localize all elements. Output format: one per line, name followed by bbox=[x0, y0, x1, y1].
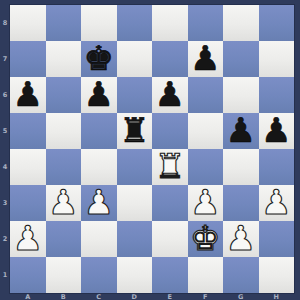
square-d3[interactable] bbox=[117, 185, 153, 221]
square-c3[interactable]: ♟ bbox=[81, 185, 117, 221]
square-c8[interactable] bbox=[81, 5, 117, 41]
square-a6[interactable]: ♟ bbox=[10, 77, 46, 113]
file-label: B bbox=[46, 293, 82, 300]
square-h7[interactable] bbox=[259, 41, 295, 77]
file-label: H bbox=[259, 293, 295, 300]
square-h4[interactable] bbox=[259, 149, 295, 185]
square-b2[interactable] bbox=[46, 221, 82, 257]
square-a3[interactable] bbox=[10, 185, 46, 221]
square-d6[interactable] bbox=[117, 77, 153, 113]
square-a2[interactable]: ♟ bbox=[10, 221, 46, 257]
square-h1[interactable] bbox=[259, 257, 295, 293]
piece-white-pawn[interactable]: ♟ bbox=[13, 221, 43, 255]
square-b4[interactable] bbox=[46, 149, 82, 185]
piece-black-rook[interactable]: ♜ bbox=[119, 113, 149, 147]
square-a1[interactable] bbox=[10, 257, 46, 293]
piece-white-pawn[interactable]: ♟ bbox=[48, 185, 78, 219]
square-h2[interactable] bbox=[259, 221, 295, 257]
rank-label: 8 bbox=[0, 5, 10, 41]
square-d5[interactable]: ♜ bbox=[117, 113, 153, 149]
file-label: E bbox=[152, 293, 188, 300]
square-e3[interactable] bbox=[152, 185, 188, 221]
square-g7[interactable] bbox=[223, 41, 259, 77]
square-g8[interactable] bbox=[223, 5, 259, 41]
square-e2[interactable] bbox=[152, 221, 188, 257]
square-a7[interactable] bbox=[10, 41, 46, 77]
square-b7[interactable] bbox=[46, 41, 82, 77]
rank-label: 2 bbox=[0, 221, 10, 257]
square-g1[interactable] bbox=[223, 257, 259, 293]
piece-black-pawn[interactable]: ♟ bbox=[226, 113, 256, 147]
square-e1[interactable] bbox=[152, 257, 188, 293]
square-g4[interactable] bbox=[223, 149, 259, 185]
square-h8[interactable] bbox=[259, 5, 295, 41]
square-f5[interactable] bbox=[188, 113, 224, 149]
piece-black-king[interactable]: ♚ bbox=[84, 41, 114, 75]
square-h5[interactable]: ♟ bbox=[259, 113, 295, 149]
square-h3[interactable]: ♟ bbox=[259, 185, 295, 221]
piece-black-pawn[interactable]: ♟ bbox=[13, 77, 43, 111]
piece-white-pawn[interactable]: ♟ bbox=[190, 185, 220, 219]
rank-label: 1 bbox=[0, 257, 10, 293]
rank-label: 7 bbox=[0, 41, 10, 77]
rank-label: 3 bbox=[0, 185, 10, 221]
square-f7[interactable]: ♟ bbox=[188, 41, 224, 77]
square-e6[interactable]: ♟ bbox=[152, 77, 188, 113]
square-c7[interactable]: ♚ bbox=[81, 41, 117, 77]
square-b6[interactable] bbox=[46, 77, 82, 113]
square-d8[interactable] bbox=[117, 5, 153, 41]
square-a5[interactable] bbox=[10, 113, 46, 149]
file-label: D bbox=[117, 293, 153, 300]
piece-black-pawn[interactable]: ♟ bbox=[84, 77, 114, 111]
rank-label: 4 bbox=[0, 149, 10, 185]
square-e5[interactable] bbox=[152, 113, 188, 149]
square-g2[interactable]: ♟ bbox=[223, 221, 259, 257]
squares-grid: ♚♟♟♟♟♜♟♟♜♟♟♟♟♟♚♟ bbox=[10, 5, 294, 293]
piece-white-rook[interactable]: ♜ bbox=[155, 149, 185, 183]
square-h6[interactable] bbox=[259, 77, 295, 113]
square-a4[interactable] bbox=[10, 149, 46, 185]
chess-board: 87654321 ABCDEFGH ♚♟♟♟♟♜♟♟♜♟♟♟♟♟♚♟ bbox=[0, 0, 300, 300]
square-b3[interactable]: ♟ bbox=[46, 185, 82, 221]
square-f2[interactable]: ♚ bbox=[188, 221, 224, 257]
rank-label: 5 bbox=[0, 113, 10, 149]
square-f4[interactable] bbox=[188, 149, 224, 185]
square-c2[interactable] bbox=[81, 221, 117, 257]
square-a8[interactable] bbox=[10, 5, 46, 41]
square-d4[interactable] bbox=[117, 149, 153, 185]
file-label: A bbox=[10, 293, 46, 300]
piece-white-king[interactable]: ♚ bbox=[190, 221, 220, 255]
file-label: F bbox=[188, 293, 224, 300]
square-e4[interactable]: ♜ bbox=[152, 149, 188, 185]
piece-white-pawn[interactable]: ♟ bbox=[226, 221, 256, 255]
piece-black-pawn[interactable]: ♟ bbox=[155, 77, 185, 111]
square-e7[interactable] bbox=[152, 41, 188, 77]
square-b5[interactable] bbox=[46, 113, 82, 149]
square-g5[interactable]: ♟ bbox=[223, 113, 259, 149]
file-labels: ABCDEFGH bbox=[10, 293, 294, 300]
square-c1[interactable] bbox=[81, 257, 117, 293]
piece-black-pawn[interactable]: ♟ bbox=[261, 113, 291, 147]
square-f6[interactable] bbox=[188, 77, 224, 113]
square-d1[interactable] bbox=[117, 257, 153, 293]
square-f8[interactable] bbox=[188, 5, 224, 41]
piece-white-pawn[interactable]: ♟ bbox=[261, 185, 291, 219]
rank-label: 6 bbox=[0, 77, 10, 113]
file-label: C bbox=[81, 293, 117, 300]
file-label: G bbox=[223, 293, 259, 300]
square-c5[interactable] bbox=[81, 113, 117, 149]
square-f1[interactable] bbox=[188, 257, 224, 293]
square-c6[interactable]: ♟ bbox=[81, 77, 117, 113]
square-b1[interactable] bbox=[46, 257, 82, 293]
rank-labels: 87654321 bbox=[0, 5, 10, 293]
square-d2[interactable] bbox=[117, 221, 153, 257]
square-g6[interactable] bbox=[223, 77, 259, 113]
square-g3[interactable] bbox=[223, 185, 259, 221]
piece-black-pawn[interactable]: ♟ bbox=[190, 41, 220, 75]
piece-white-pawn[interactable]: ♟ bbox=[84, 185, 114, 219]
square-d7[interactable] bbox=[117, 41, 153, 77]
square-e8[interactable] bbox=[152, 5, 188, 41]
square-f3[interactable]: ♟ bbox=[188, 185, 224, 221]
square-b8[interactable] bbox=[46, 5, 82, 41]
square-c4[interactable] bbox=[81, 149, 117, 185]
